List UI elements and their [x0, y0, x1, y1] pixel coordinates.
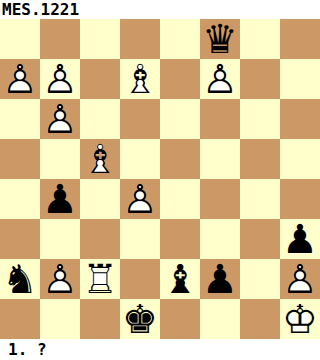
square-b1[interactable] [40, 299, 80, 339]
square-g4[interactable] [240, 179, 280, 219]
square-e3[interactable] [160, 219, 200, 259]
square-c2[interactable]: ♜♖ [80, 259, 120, 299]
square-b3[interactable] [40, 219, 80, 259]
square-e8[interactable] [160, 19, 200, 59]
square-f6[interactable] [200, 99, 240, 139]
white-pawn-piece-body: ♟ [120, 179, 160, 219]
white-pawn-piece: ♙ [0, 59, 40, 99]
white-rook-piece-body: ♜ [80, 259, 120, 299]
white-pawn-piece-body: ♟ [280, 259, 320, 299]
white-rook-piece: ♖ [80, 259, 120, 299]
white-pawn-piece-body: ♟ [0, 59, 40, 99]
white-pawn-piece-body: ♟ [40, 59, 80, 99]
square-h8[interactable] [280, 19, 320, 59]
white-king-piece: ♔ [280, 299, 320, 339]
square-c5[interactable]: ♝♗ [80, 139, 120, 179]
square-b2[interactable]: ♟♙ [40, 259, 80, 299]
square-b5[interactable] [40, 139, 80, 179]
square-h6[interactable] [280, 99, 320, 139]
square-e4[interactable] [160, 179, 200, 219]
square-g3[interactable] [240, 219, 280, 259]
square-h5[interactable] [280, 139, 320, 179]
square-e1[interactable] [160, 299, 200, 339]
square-c6[interactable] [80, 99, 120, 139]
square-b8[interactable] [40, 19, 80, 59]
white-bishop-piece-body: ♝ [120, 59, 160, 99]
square-a2[interactable]: ♞ [0, 259, 40, 299]
white-pawn-piece: ♙ [40, 259, 80, 299]
white-pawn-piece-body: ♟ [40, 259, 80, 299]
square-b4[interactable]: ♟ [40, 179, 80, 219]
square-c7[interactable] [80, 59, 120, 99]
square-d3[interactable] [120, 219, 160, 259]
square-c1[interactable] [80, 299, 120, 339]
square-d2[interactable] [120, 259, 160, 299]
white-bishop-piece-body: ♝ [80, 139, 120, 179]
move-prompt: 1. ? [0, 339, 320, 360]
square-a5[interactable] [0, 139, 40, 179]
white-pawn-piece: ♙ [280, 259, 320, 299]
square-f3[interactable] [200, 219, 240, 259]
square-a6[interactable] [0, 99, 40, 139]
black-pawn-piece: ♟ [280, 219, 320, 259]
white-pawn-piece: ♙ [40, 99, 80, 139]
square-h4[interactable] [280, 179, 320, 219]
square-h3[interactable]: ♟ [280, 219, 320, 259]
black-pawn-piece: ♟ [200, 259, 240, 299]
square-e2[interactable]: ♝ [160, 259, 200, 299]
square-g2[interactable] [240, 259, 280, 299]
white-pawn-piece: ♙ [200, 59, 240, 99]
square-d7[interactable]: ♝♗ [120, 59, 160, 99]
white-pawn-piece-body: ♟ [200, 59, 240, 99]
square-a1[interactable] [0, 299, 40, 339]
white-pawn-piece: ♙ [120, 179, 160, 219]
square-g6[interactable] [240, 99, 280, 139]
square-f5[interactable] [200, 139, 240, 179]
black-pawn-piece: ♟ [40, 179, 80, 219]
diagram-title: MES.1221 [0, 0, 320, 19]
square-b7[interactable]: ♟♙ [40, 59, 80, 99]
square-f2[interactable]: ♟ [200, 259, 240, 299]
square-d1[interactable]: ♚ [120, 299, 160, 339]
chess-board: ♛♟♙♟♙♝♗♟♙♟♙♝♗♟♟♙♟♞♟♙♜♖♝♟♟♙♚♚♔ [0, 19, 320, 339]
square-d4[interactable]: ♟♙ [120, 179, 160, 219]
square-a7[interactable]: ♟♙ [0, 59, 40, 99]
square-h2[interactable]: ♟♙ [280, 259, 320, 299]
square-e7[interactable] [160, 59, 200, 99]
black-queen-piece: ♛ [200, 19, 240, 59]
square-g8[interactable] [240, 19, 280, 59]
square-g7[interactable] [240, 59, 280, 99]
square-h7[interactable] [280, 59, 320, 99]
square-f4[interactable] [200, 179, 240, 219]
square-e5[interactable] [160, 139, 200, 179]
square-c3[interactable] [80, 219, 120, 259]
white-king-piece-body: ♚ [280, 299, 320, 339]
black-knight-piece: ♞ [0, 259, 40, 299]
white-pawn-piece: ♙ [40, 59, 80, 99]
white-bishop-piece: ♗ [120, 59, 160, 99]
black-king-piece: ♚ [120, 299, 160, 339]
square-a3[interactable] [0, 219, 40, 259]
square-d8[interactable] [120, 19, 160, 59]
square-e6[interactable] [160, 99, 200, 139]
white-pawn-piece-body: ♟ [40, 99, 80, 139]
square-f1[interactable] [200, 299, 240, 339]
square-f7[interactable]: ♟♙ [200, 59, 240, 99]
square-a4[interactable] [0, 179, 40, 219]
square-f8[interactable]: ♛ [200, 19, 240, 59]
black-bishop-piece: ♝ [160, 259, 200, 299]
square-g1[interactable] [240, 299, 280, 339]
square-h1[interactable]: ♚♔ [280, 299, 320, 339]
square-a8[interactable] [0, 19, 40, 59]
square-d6[interactable] [120, 99, 160, 139]
square-d5[interactable] [120, 139, 160, 179]
square-b6[interactable]: ♟♙ [40, 99, 80, 139]
square-g5[interactable] [240, 139, 280, 179]
white-bishop-piece: ♗ [80, 139, 120, 179]
square-c4[interactable] [80, 179, 120, 219]
square-c8[interactable] [80, 19, 120, 59]
